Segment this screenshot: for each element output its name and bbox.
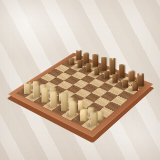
piece-white-pawn — [50, 87, 56, 97]
square-d2 — [51, 95, 68, 105]
piece-shadow — [32, 86, 51, 97]
piece-white-pawn — [87, 107, 94, 116]
square-g8 — [120, 77, 136, 86]
piece-shadow — [60, 109, 81, 122]
piece-shadow — [15, 87, 34, 98]
square-h5 — [110, 96, 127, 106]
piece-shadow — [67, 55, 84, 64]
square-b6 — [63, 68, 78, 76]
piece-shadow — [23, 91, 43, 102]
square-h1 — [81, 119, 99, 131]
piece-shadow — [58, 98, 78, 110]
piece-shadow — [92, 65, 110, 74]
piece-white-pawn — [40, 84, 46, 93]
square-g5 — [101, 92, 117, 102]
piece-black-pawn — [132, 82, 138, 91]
piece-white-knight — [33, 84, 40, 97]
piece-black-pawn — [68, 58, 74, 65]
square-g7 — [114, 81, 130, 90]
square-a1 — [16, 88, 33, 97]
photo-background — [0, 0, 160, 160]
square-g6 — [107, 86, 123, 95]
square-f3 — [77, 98, 94, 108]
piece-black-pawn — [112, 74, 118, 84]
square-c6 — [71, 71, 86, 79]
piece-shadow — [94, 73, 112, 83]
piece-white-pawn — [78, 100, 84, 111]
square-h7 — [124, 85, 140, 94]
square-b8 — [76, 59, 91, 67]
piece-black-rook — [75, 50, 81, 61]
square-f5 — [91, 87, 107, 96]
piece-shadow — [119, 76, 137, 86]
square-e8 — [102, 69, 117, 77]
square-f1 — [61, 110, 79, 121]
piece-shadow — [85, 69, 103, 79]
square-a5 — [48, 69, 63, 77]
square-c7 — [78, 67, 93, 75]
piece-black-king — [109, 58, 116, 75]
square-c1 — [33, 96, 50, 106]
piece-shadow — [101, 69, 119, 79]
square-f7 — [105, 78, 121, 87]
board-cast-shadow — [4, 56, 156, 136]
square-d3 — [58, 90, 75, 100]
square-h8 — [130, 80, 146, 89]
piece-black-pawn — [94, 68, 100, 76]
piece-black-pawn — [85, 63, 91, 72]
square-d6 — [80, 75, 96, 84]
square-g2 — [79, 108, 97, 119]
piece-shadow — [40, 90, 60, 101]
square-f8 — [111, 73, 126, 81]
square-d5 — [73, 80, 89, 89]
square-a2 — [25, 83, 41, 92]
piece-shadow — [23, 82, 42, 93]
piece-shadow — [60, 59, 77, 68]
piece-shadow — [41, 100, 61, 112]
square-g3 — [86, 102, 103, 112]
square-h2 — [89, 113, 107, 124]
square-a3 — [33, 78, 49, 87]
piece-black-bishop — [92, 53, 98, 67]
piece-black-pawn — [77, 60, 83, 68]
square-g1 — [71, 114, 89, 125]
square-e5 — [82, 84, 98, 93]
square-b2 — [33, 87, 49, 96]
perspective-stage — [0, 0, 160, 160]
chess-board — [8, 53, 154, 138]
square-f2 — [69, 104, 86, 115]
piece-shadow — [77, 107, 98, 120]
square-d4 — [66, 85, 82, 94]
square-b4 — [48, 77, 64, 86]
piece-black-pawn — [104, 71, 110, 80]
square-b7 — [70, 63, 85, 71]
board-side-edge — [7, 56, 155, 143]
board-grid — [16, 56, 145, 131]
square-e1 — [52, 105, 69, 116]
square-c5 — [64, 76, 80, 85]
piece-shadow — [77, 66, 95, 76]
piece-black-knight — [128, 70, 135, 82]
square-e4 — [75, 89, 91, 99]
piece-shadow — [69, 113, 90, 126]
piece-shadow — [110, 72, 128, 82]
board-frame — [8, 53, 154, 138]
square-e2 — [60, 99, 77, 109]
piece-black-pawn — [121, 80, 127, 88]
square-a4 — [40, 73, 56, 82]
square-c2 — [42, 91, 59, 101]
square-e3 — [67, 94, 84, 104]
square-d7 — [87, 70, 102, 78]
square-f6 — [98, 82, 114, 91]
piece-black-queen — [100, 57, 107, 71]
piece-shadow — [122, 84, 141, 95]
piece-white-pawn — [97, 111, 104, 121]
piece-shadow — [32, 95, 52, 107]
piece-white-bishop — [69, 100, 77, 116]
square-a8 — [68, 56, 83, 63]
piece-shadow — [87, 112, 108, 125]
piece-white-pawn — [32, 81, 38, 89]
square-a7 — [62, 60, 77, 68]
piece-white-queen — [50, 91, 57, 107]
square-b5 — [56, 72, 72, 80]
square-c8 — [85, 62, 100, 70]
square-h4 — [104, 101, 121, 111]
square-b1 — [25, 92, 42, 102]
square-d1 — [42, 101, 59, 111]
square-e7 — [96, 74, 111, 83]
piece-white-king — [60, 92, 68, 111]
piece-shadow — [68, 103, 88, 115]
piece-white-pawn — [58, 93, 64, 101]
piece-shadow — [129, 79, 147, 90]
piece-white-rook — [23, 82, 30, 94]
piece-shadow — [79, 118, 100, 132]
piece-shadow — [49, 94, 69, 106]
piece-shadow — [68, 63, 86, 72]
piece-black-rook — [137, 73, 144, 86]
piece-white-pawn — [67, 97, 73, 107]
square-e6 — [89, 79, 105, 88]
piece-black-bishop — [119, 64, 126, 78]
square-b3 — [41, 82, 57, 91]
piece-white-bishop — [41, 87, 48, 103]
square-h3 — [96, 107, 113, 118]
square-g4 — [94, 97, 111, 107]
piece-shadow — [75, 58, 92, 67]
piece-white-knight — [79, 108, 87, 121]
piece-shadow — [113, 80, 132, 91]
square-f4 — [84, 93, 101, 103]
piece-shadow — [50, 104, 70, 116]
piece-black-knight — [83, 52, 89, 64]
square-d8 — [93, 66, 108, 74]
square-h6 — [117, 90, 133, 100]
piece-shadow — [83, 62, 100, 71]
piece-shadow — [103, 77, 121, 87]
square-c4 — [57, 81, 73, 90]
piece-white-rook — [90, 111, 98, 126]
square-a6 — [55, 64, 70, 72]
square-c3 — [49, 86, 65, 95]
